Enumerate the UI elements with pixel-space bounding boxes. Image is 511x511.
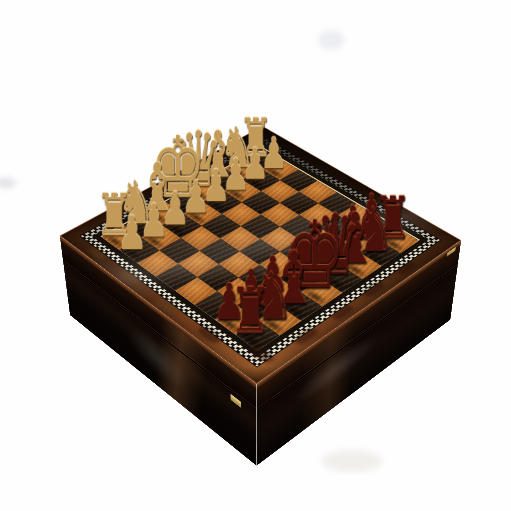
piece-black-rook: ♜ bbox=[230, 282, 271, 340]
chess-box: ♜♟♟♜♞♟♟♞♝♟♟♝♛♟♟♛♚♟♟♚♝♟♟♝♞♟♟♞♜♟♟♜ bbox=[60, 126, 462, 384]
product-photo-canvas: ♜♟♟♜♞♟♟♞♝♟♟♝♛♟♟♛♚♟♟♚♝♟♟♝♞♟♟♞♜♟♟♜ bbox=[0, 0, 511, 511]
piece-white-pawn: ♟ bbox=[117, 212, 147, 254]
scene: ♜♟♟♜♞♟♟♞♝♟♟♝♛♟♟♛♚♟♟♚♝♟♟♝♞♟♟♞♜♟♟♜ bbox=[0, 0, 511, 511]
